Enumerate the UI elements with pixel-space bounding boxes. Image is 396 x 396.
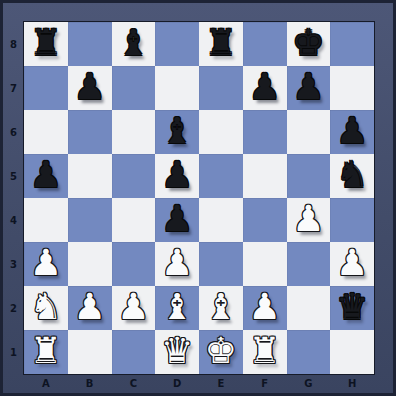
board-frame: 87654321 ♜♝♜♚♟♟♟♝♟♟♟♞♟♟♟♟♟♞♟♟♝♝♟♛♜♛♚♜ AB… xyxy=(0,0,396,396)
file-label-g: G xyxy=(287,374,331,392)
square-c3[interactable] xyxy=(112,242,156,286)
file-label-b: B xyxy=(68,374,112,392)
square-d8[interactable] xyxy=(155,22,199,66)
square-h2[interactable]: ♛ xyxy=(330,286,374,330)
file-label-h: H xyxy=(330,374,374,392)
square-a1[interactable]: ♜ xyxy=(24,330,68,374)
square-f5[interactable] xyxy=(243,154,287,198)
rank-label-4: 4 xyxy=(3,198,24,242)
file-label-e: E xyxy=(199,374,243,392)
square-h8[interactable] xyxy=(330,22,374,66)
square-d6[interactable]: ♝ xyxy=(155,110,199,154)
black-pawn[interactable]: ♟ xyxy=(161,201,193,237)
square-g4[interactable]: ♟ xyxy=(287,198,331,242)
black-pawn[interactable]: ♟ xyxy=(336,113,368,149)
square-b8[interactable] xyxy=(68,22,112,66)
black-knight[interactable]: ♞ xyxy=(336,157,368,193)
rank-label-7: 7 xyxy=(3,66,24,110)
square-b4[interactable] xyxy=(68,198,112,242)
square-e8[interactable]: ♜ xyxy=(199,22,243,66)
square-e2[interactable]: ♝ xyxy=(199,286,243,330)
black-rook[interactable]: ♜ xyxy=(205,25,237,61)
square-e1[interactable]: ♚ xyxy=(199,330,243,374)
rank-label-5: 5 xyxy=(3,154,24,198)
square-f8[interactable] xyxy=(243,22,287,66)
square-c6[interactable] xyxy=(112,110,156,154)
square-f2[interactable]: ♟ xyxy=(243,286,287,330)
black-rook[interactable]: ♜ xyxy=(30,25,62,61)
square-h3[interactable]: ♟ xyxy=(330,242,374,286)
white-pawn[interactable]: ♟ xyxy=(292,201,324,237)
file-label-c: C xyxy=(112,374,156,392)
square-c5[interactable] xyxy=(112,154,156,198)
white-pawn[interactable]: ♟ xyxy=(73,289,105,325)
rank-label-1: 1 xyxy=(3,330,24,374)
square-d1[interactable]: ♛ xyxy=(155,330,199,374)
white-pawn[interactable]: ♟ xyxy=(336,245,368,281)
square-g1[interactable] xyxy=(287,330,331,374)
square-h7[interactable] xyxy=(330,66,374,110)
square-h1[interactable] xyxy=(330,330,374,374)
square-g5[interactable] xyxy=(287,154,331,198)
square-h5[interactable]: ♞ xyxy=(330,154,374,198)
square-e3[interactable] xyxy=(199,242,243,286)
square-d5[interactable]: ♟ xyxy=(155,154,199,198)
square-g7[interactable]: ♟ xyxy=(287,66,331,110)
black-pawn[interactable]: ♟ xyxy=(292,69,324,105)
square-d7[interactable] xyxy=(155,66,199,110)
square-e4[interactable] xyxy=(199,198,243,242)
black-pawn[interactable]: ♟ xyxy=(161,157,193,193)
square-a8[interactable]: ♜ xyxy=(24,22,68,66)
file-labels: ABCDEFGH xyxy=(24,374,374,392)
white-rook[interactable]: ♜ xyxy=(30,333,62,369)
white-pawn[interactable]: ♟ xyxy=(117,289,149,325)
square-a3[interactable]: ♟ xyxy=(24,242,68,286)
black-king[interactable]: ♚ xyxy=(292,25,324,61)
white-bishop[interactable]: ♝ xyxy=(205,289,237,325)
rank-label-8: 8 xyxy=(3,22,24,66)
square-f4[interactable] xyxy=(243,198,287,242)
square-f6[interactable] xyxy=(243,110,287,154)
square-f7[interactable]: ♟ xyxy=(243,66,287,110)
square-a7[interactable] xyxy=(24,66,68,110)
square-e7[interactable] xyxy=(199,66,243,110)
square-b7[interactable]: ♟ xyxy=(68,66,112,110)
white-pawn[interactable]: ♟ xyxy=(248,289,280,325)
square-b6[interactable] xyxy=(68,110,112,154)
square-e5[interactable] xyxy=(199,154,243,198)
square-d4[interactable]: ♟ xyxy=(155,198,199,242)
square-g2[interactable] xyxy=(287,286,331,330)
square-d3[interactable]: ♟ xyxy=(155,242,199,286)
black-pawn[interactable]: ♟ xyxy=(248,69,280,105)
square-f1[interactable]: ♜ xyxy=(243,330,287,374)
square-d2[interactable]: ♝ xyxy=(155,286,199,330)
chess-board[interactable]: ♜♝♜♚♟♟♟♝♟♟♟♞♟♟♟♟♟♞♟♟♝♝♟♛♜♛♚♜ xyxy=(24,22,374,374)
square-h4[interactable] xyxy=(330,198,374,242)
square-b3[interactable] xyxy=(68,242,112,286)
file-label-a: A xyxy=(24,374,68,392)
black-bishop[interactable]: ♝ xyxy=(117,25,149,61)
rank-labels: 87654321 xyxy=(3,22,24,374)
white-bishop[interactable]: ♝ xyxy=(161,289,193,325)
square-c1[interactable] xyxy=(112,330,156,374)
rank-label-6: 6 xyxy=(3,110,24,154)
square-c4[interactable] xyxy=(112,198,156,242)
square-h6[interactable]: ♟ xyxy=(330,110,374,154)
square-g8[interactable]: ♚ xyxy=(287,22,331,66)
black-pawn[interactable]: ♟ xyxy=(73,69,105,105)
square-a4[interactable] xyxy=(24,198,68,242)
square-g6[interactable] xyxy=(287,110,331,154)
square-e6[interactable] xyxy=(199,110,243,154)
black-pawn[interactable]: ♟ xyxy=(30,157,62,193)
white-king[interactable]: ♚ xyxy=(205,333,237,369)
black-queen[interactable]: ♛ xyxy=(336,289,368,325)
square-c8[interactable]: ♝ xyxy=(112,22,156,66)
white-queen[interactable]: ♛ xyxy=(161,333,193,369)
white-knight[interactable]: ♞ xyxy=(30,289,62,325)
square-a5[interactable]: ♟ xyxy=(24,154,68,198)
square-b2[interactable]: ♟ xyxy=(68,286,112,330)
black-bishop[interactable]: ♝ xyxy=(161,113,193,149)
white-rook[interactable]: ♜ xyxy=(248,333,280,369)
rank-label-2: 2 xyxy=(3,286,24,330)
white-pawn[interactable]: ♟ xyxy=(30,245,62,281)
square-g3[interactable] xyxy=(287,242,331,286)
square-b5[interactable] xyxy=(68,154,112,198)
square-f3[interactable] xyxy=(243,242,287,286)
file-label-d: D xyxy=(155,374,199,392)
rank-label-3: 3 xyxy=(3,242,24,286)
square-c7[interactable] xyxy=(112,66,156,110)
square-c2[interactable]: ♟ xyxy=(112,286,156,330)
square-a2[interactable]: ♞ xyxy=(24,286,68,330)
square-b1[interactable] xyxy=(68,330,112,374)
file-label-f: F xyxy=(243,374,287,392)
square-a6[interactable] xyxy=(24,110,68,154)
white-pawn[interactable]: ♟ xyxy=(161,245,193,281)
